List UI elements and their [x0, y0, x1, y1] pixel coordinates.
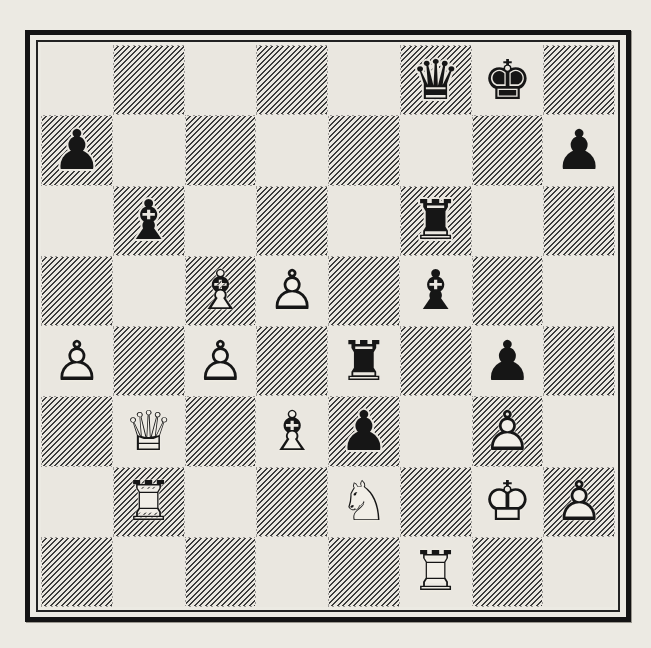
square-e2[interactable]: ♞♘ [328, 467, 400, 537]
piece-white-rook: ♜♖ [114, 468, 184, 536]
square-a8[interactable] [41, 45, 113, 115]
white-bishop-icon: ♗ [256, 396, 328, 466]
square-g4[interactable]: ♟ [472, 326, 544, 396]
piece-white-bishop: ♝♗ [256, 396, 328, 466]
black-rook-icon: ♜ [411, 193, 460, 248]
square-b4[interactable] [113, 326, 185, 396]
square-a3[interactable] [41, 396, 113, 466]
white-pawn-icon: ♙ [41, 326, 113, 396]
chess-board-inner-border: ♛♚♟♟♝♜♝♗♟♙♝♟♙♟♙♜♟♛♕♝♗♟♟♙♜♖♞♘♚♔♟♙♜♖ [36, 40, 620, 612]
square-d7[interactable] [256, 115, 328, 185]
square-c4[interactable]: ♟♙ [185, 326, 257, 396]
square-c8[interactable] [185, 45, 257, 115]
piece-white-bishop: ♝♗ [186, 257, 256, 325]
piece-white-rook: ♜♖ [400, 537, 472, 607]
white-pawn-icon: ♙ [185, 326, 257, 396]
black-bishop-icon: ♝ [124, 193, 173, 248]
square-b8[interactable] [113, 45, 185, 115]
black-king-icon: ♚ [483, 53, 532, 108]
white-rook-icon: ♖ [400, 537, 472, 607]
square-c1[interactable] [185, 537, 257, 607]
square-f2[interactable] [400, 467, 472, 537]
square-f5[interactable]: ♝ [400, 256, 472, 326]
square-e3[interactable]: ♟ [328, 396, 400, 466]
piece-black-rook: ♜ [328, 326, 400, 396]
piece-white-pawn: ♟♙ [185, 326, 257, 396]
square-g6[interactable] [472, 186, 544, 256]
black-rook-icon: ♜ [339, 334, 388, 389]
square-c6[interactable] [185, 186, 257, 256]
black-pawn-icon: ♟ [483, 334, 532, 389]
square-h7[interactable]: ♟ [543, 115, 615, 185]
square-b5[interactable] [113, 256, 185, 326]
square-f8[interactable]: ♛ [400, 45, 472, 115]
square-f6[interactable]: ♜ [400, 186, 472, 256]
square-b2[interactable]: ♜♖ [113, 467, 185, 537]
black-pawn-icon: ♟ [339, 404, 388, 459]
square-e8[interactable] [328, 45, 400, 115]
piece-white-pawn: ♟♙ [41, 326, 113, 396]
piece-black-bishop: ♝ [114, 187, 184, 255]
white-pawn-icon: ♙ [256, 256, 328, 326]
piece-white-queen: ♛♕ [113, 396, 185, 466]
square-e5[interactable] [328, 256, 400, 326]
white-pawn-icon: ♙ [544, 468, 614, 536]
square-e7[interactable] [328, 115, 400, 185]
chess-board-frame: ♛♚♟♟♝♜♝♗♟♙♝♟♙♟♙♜♟♛♕♝♗♟♟♙♜♖♞♘♚♔♟♙♜♖ [25, 30, 631, 622]
square-f4[interactable] [400, 326, 472, 396]
square-a6[interactable] [41, 186, 113, 256]
square-h5[interactable] [543, 256, 615, 326]
piece-white-knight: ♞♘ [328, 467, 400, 537]
piece-black-pawn: ♟ [543, 115, 615, 185]
square-a4[interactable]: ♟♙ [41, 326, 113, 396]
square-e4[interactable]: ♜ [328, 326, 400, 396]
white-bishop-icon: ♗ [186, 257, 256, 325]
square-a5[interactable] [41, 256, 113, 326]
white-queen-icon: ♕ [113, 396, 185, 466]
square-e1[interactable] [328, 537, 400, 607]
square-b6[interactable]: ♝ [113, 186, 185, 256]
piece-black-queen: ♛ [401, 46, 471, 114]
white-rook-icon: ♖ [114, 468, 184, 536]
square-d5[interactable]: ♟♙ [256, 256, 328, 326]
black-queen-icon: ♛ [411, 53, 460, 108]
square-h3[interactable] [543, 396, 615, 466]
square-g7[interactable] [472, 115, 544, 185]
square-b1[interactable] [113, 537, 185, 607]
square-d2[interactable] [256, 467, 328, 537]
square-d4[interactable] [256, 326, 328, 396]
piece-black-pawn: ♟ [329, 397, 399, 465]
white-pawn-icon: ♙ [473, 397, 543, 465]
square-b7[interactable] [113, 115, 185, 185]
square-e6[interactable] [328, 186, 400, 256]
piece-white-pawn: ♟♙ [544, 468, 614, 536]
square-g3[interactable]: ♟♙ [472, 396, 544, 466]
piece-white-pawn: ♟♙ [473, 397, 543, 465]
square-a7[interactable]: ♟ [41, 115, 113, 185]
square-g1[interactable] [472, 537, 544, 607]
square-d1[interactable] [256, 537, 328, 607]
square-h4[interactable] [543, 326, 615, 396]
piece-white-king: ♚♔ [472, 467, 544, 537]
square-a2[interactable] [41, 467, 113, 537]
piece-black-rook: ♜ [401, 187, 471, 255]
square-d8[interactable] [256, 45, 328, 115]
white-king-icon: ♔ [472, 467, 544, 537]
square-f3[interactable] [400, 396, 472, 466]
square-a1[interactable] [41, 537, 113, 607]
white-knight-icon: ♘ [328, 467, 400, 537]
square-d6[interactable] [256, 186, 328, 256]
square-f1[interactable]: ♜♖ [400, 537, 472, 607]
square-f7[interactable] [400, 115, 472, 185]
square-c7[interactable] [185, 115, 257, 185]
square-h1[interactable] [543, 537, 615, 607]
square-b3[interactable]: ♛♕ [113, 396, 185, 466]
square-g2[interactable]: ♚♔ [472, 467, 544, 537]
square-c3[interactable] [185, 396, 257, 466]
black-pawn-icon: ♟ [52, 123, 101, 178]
square-c2[interactable] [185, 467, 257, 537]
square-h2[interactable]: ♟♙ [543, 467, 615, 537]
black-pawn-icon: ♟ [554, 123, 603, 178]
piece-black-bishop: ♝ [400, 256, 472, 326]
square-h6[interactable] [543, 186, 615, 256]
piece-white-pawn: ♟♙ [256, 256, 328, 326]
piece-black-pawn: ♟ [42, 116, 112, 184]
black-bishop-icon: ♝ [411, 263, 460, 318]
chess-board: ♛♚♟♟♝♜♝♗♟♙♝♟♙♟♙♜♟♛♕♝♗♟♟♙♜♖♞♘♚♔♟♙♜♖ [41, 45, 615, 607]
square-g8[interactable]: ♚ [472, 45, 544, 115]
square-h8[interactable] [543, 45, 615, 115]
piece-black-king: ♚ [472, 45, 544, 115]
piece-black-pawn: ♟ [472, 326, 544, 396]
square-d3[interactable]: ♝♗ [256, 396, 328, 466]
square-c5[interactable]: ♝♗ [185, 256, 257, 326]
square-g5[interactable] [472, 256, 544, 326]
